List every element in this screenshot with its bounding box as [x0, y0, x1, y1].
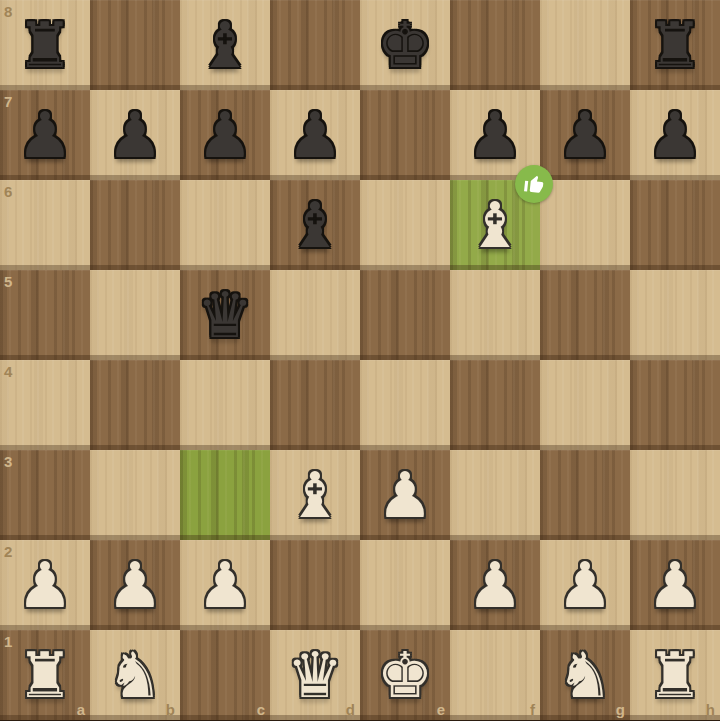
square-e8[interactable]: ♚ [360, 0, 450, 90]
square-b5[interactable] [90, 270, 180, 360]
square-g7[interactable]: ♟ [540, 90, 630, 180]
square-d2[interactable] [270, 540, 360, 630]
square-d8[interactable] [270, 0, 360, 90]
square-e7[interactable] [360, 90, 450, 180]
square-a5[interactable]: 5 [0, 270, 90, 360]
white-pawn-e3[interactable]: ♟ [360, 450, 450, 540]
black-pawn-b7[interactable]: ♟ [90, 90, 180, 180]
square-d4[interactable] [270, 360, 360, 450]
square-f6[interactable]: ♝ [450, 180, 540, 270]
white-king-e1[interactable]: ♚ [360, 630, 450, 720]
black-rook-h8[interactable]: ♜ [630, 0, 720, 90]
rank-label-5: 5 [4, 274, 12, 289]
square-d3[interactable]: ♝ [270, 450, 360, 540]
square-c7[interactable]: ♟ [180, 90, 270, 180]
square-c2[interactable]: ♟ [180, 540, 270, 630]
square-c8[interactable]: ♝ [180, 0, 270, 90]
square-c3[interactable] [180, 450, 270, 540]
white-queen-d1[interactable]: ♛ [270, 630, 360, 720]
white-pawn-c2[interactable]: ♟ [180, 540, 270, 630]
square-h6[interactable] [630, 180, 720, 270]
square-h1[interactable]: h♜ [630, 630, 720, 720]
square-f1[interactable]: f [450, 630, 540, 720]
square-g5[interactable] [540, 270, 630, 360]
square-f3[interactable] [450, 450, 540, 540]
white-knight-b1[interactable]: ♞ [90, 630, 180, 720]
square-c1[interactable]: c [180, 630, 270, 720]
file-label-c: c [257, 702, 265, 717]
square-b6[interactable] [90, 180, 180, 270]
square-b2[interactable]: ♟ [90, 540, 180, 630]
black-rook-a8[interactable]: ♜ [0, 0, 90, 90]
black-bishop-d6[interactable]: ♝ [270, 180, 360, 270]
white-pawn-f2[interactable]: ♟ [450, 540, 540, 630]
square-d6[interactable]: ♝ [270, 180, 360, 270]
black-pawn-h7[interactable]: ♟ [630, 90, 720, 180]
square-h2[interactable]: ♟ [630, 540, 720, 630]
square-c6[interactable] [180, 180, 270, 270]
square-a2[interactable]: 2♟ [0, 540, 90, 630]
white-pawn-g2[interactable]: ♟ [540, 540, 630, 630]
black-queen-c5[interactable]: ♛ [180, 270, 270, 360]
square-f2[interactable]: ♟ [450, 540, 540, 630]
square-d7[interactable]: ♟ [270, 90, 360, 180]
square-f7[interactable]: ♟ [450, 90, 540, 180]
square-c4[interactable] [180, 360, 270, 450]
square-f8[interactable] [450, 0, 540, 90]
black-pawn-f7[interactable]: ♟ [450, 90, 540, 180]
square-h7[interactable]: ♟ [630, 90, 720, 180]
square-g1[interactable]: g♞ [540, 630, 630, 720]
square-h4[interactable] [630, 360, 720, 450]
rank-label-4: 4 [4, 364, 12, 379]
square-e4[interactable] [360, 360, 450, 450]
square-a6[interactable]: 6 [0, 180, 90, 270]
square-a7[interactable]: 7♟ [0, 90, 90, 180]
white-pawn-b2[interactable]: ♟ [90, 540, 180, 630]
square-e3[interactable]: ♟ [360, 450, 450, 540]
square-b8[interactable] [90, 0, 180, 90]
square-g8[interactable] [540, 0, 630, 90]
square-f4[interactable] [450, 360, 540, 450]
black-king-e8[interactable]: ♚ [360, 0, 450, 90]
black-bishop-c8[interactable]: ♝ [180, 0, 270, 90]
square-a1[interactable]: 1a♜ [0, 630, 90, 720]
square-c5[interactable]: ♛ [180, 270, 270, 360]
white-rook-h1[interactable]: ♜ [630, 630, 720, 720]
white-bishop-d3[interactable]: ♝ [270, 450, 360, 540]
square-g3[interactable] [540, 450, 630, 540]
square-g4[interactable] [540, 360, 630, 450]
white-rook-a1[interactable]: ♜ [0, 630, 90, 720]
black-pawn-g7[interactable]: ♟ [540, 90, 630, 180]
square-g2[interactable]: ♟ [540, 540, 630, 630]
black-pawn-a7[interactable]: ♟ [0, 90, 90, 180]
square-b3[interactable] [90, 450, 180, 540]
white-bishop-f6[interactable]: ♝ [450, 180, 540, 270]
chess-board: 8♜♝♚♜7♟♟♟♟♟♟♟6♝♝5♛43♝♟2♟♟♟♟♟♟1a♜b♞cd♛e♚f… [0, 0, 720, 720]
square-h8[interactable]: ♜ [630, 0, 720, 90]
square-e5[interactable] [360, 270, 450, 360]
square-a3[interactable]: 3 [0, 450, 90, 540]
square-h5[interactable] [630, 270, 720, 360]
file-label-f: f [530, 702, 535, 717]
square-d5[interactable] [270, 270, 360, 360]
square-g6[interactable] [540, 180, 630, 270]
square-e1[interactable]: e♚ [360, 630, 450, 720]
square-b1[interactable]: b♞ [90, 630, 180, 720]
square-d1[interactable]: d♛ [270, 630, 360, 720]
rank-label-6: 6 [4, 184, 12, 199]
white-pawn-h2[interactable]: ♟ [630, 540, 720, 630]
square-b7[interactable]: ♟ [90, 90, 180, 180]
square-a4[interactable]: 4 [0, 360, 90, 450]
square-e6[interactable] [360, 180, 450, 270]
square-e2[interactable] [360, 540, 450, 630]
white-knight-g1[interactable]: ♞ [540, 630, 630, 720]
square-h3[interactable] [630, 450, 720, 540]
black-pawn-c7[interactable]: ♟ [180, 90, 270, 180]
black-pawn-d7[interactable]: ♟ [270, 90, 360, 180]
square-f5[interactable] [450, 270, 540, 360]
square-b4[interactable] [90, 360, 180, 450]
square-a8[interactable]: 8♜ [0, 0, 90, 90]
white-pawn-a2[interactable]: ♟ [0, 540, 90, 630]
rank-label-3: 3 [4, 454, 12, 469]
